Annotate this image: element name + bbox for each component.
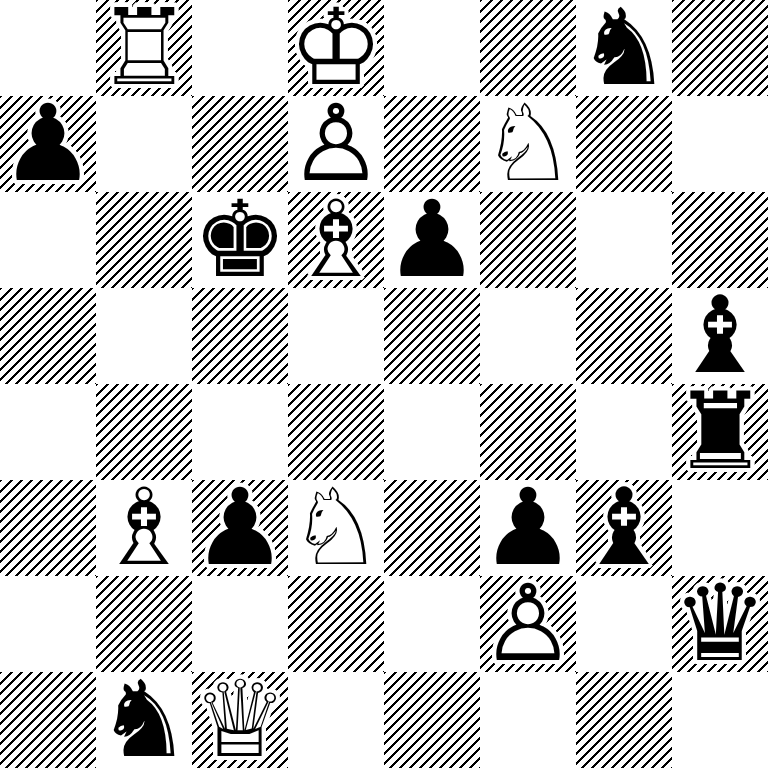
black-pawn-icon: ♟	[192, 480, 287, 576]
square-a6[interactable]	[0, 192, 96, 288]
square-a8[interactable]	[0, 0, 96, 96]
square-f7[interactable]: ♞♘	[480, 96, 576, 192]
square-b3[interactable]: ♝♗	[96, 480, 192, 576]
black-rook-icon: ♜	[672, 384, 767, 480]
square-e7[interactable]	[384, 96, 480, 192]
black-pawn-icon: ♟	[0, 96, 95, 192]
square-g1[interactable]	[576, 672, 672, 768]
square-c2[interactable]	[192, 576, 288, 672]
black-pawn-icon: ♟	[480, 480, 575, 576]
square-e5[interactable]	[384, 288, 480, 384]
square-g6[interactable]	[576, 192, 672, 288]
square-a3[interactable]	[0, 480, 96, 576]
piece-white-pawn: ♟♙	[288, 96, 384, 192]
piece-white-pawn: ♟♙	[480, 576, 576, 672]
square-b2[interactable]	[96, 576, 192, 672]
square-h4[interactable]: ♜♜	[672, 384, 768, 480]
square-h1[interactable]	[672, 672, 768, 768]
square-c6[interactable]: ♚♚	[192, 192, 288, 288]
square-f1[interactable]	[480, 672, 576, 768]
black-bishop-icon: ♝	[576, 480, 671, 576]
black-bishop-icon: ♝	[672, 288, 767, 384]
square-b5[interactable]	[96, 288, 192, 384]
square-e3[interactable]	[384, 480, 480, 576]
square-g8[interactable]: ♞♞	[576, 0, 672, 96]
white-pawn-icon: ♙	[480, 576, 575, 672]
square-b8[interactable]: ♜♖	[96, 0, 192, 96]
piece-black-pawn: ♟♟	[0, 96, 96, 192]
piece-black-knight: ♞♞	[96, 672, 192, 768]
square-h5[interactable]: ♝♝	[672, 288, 768, 384]
square-g5[interactable]	[576, 288, 672, 384]
black-pawn-icon: ♟	[384, 192, 479, 288]
square-b4[interactable]	[96, 384, 192, 480]
black-knight-icon: ♞	[96, 672, 191, 768]
square-c7[interactable]	[192, 96, 288, 192]
square-d1[interactable]	[288, 672, 384, 768]
white-rook-icon: ♖	[96, 0, 191, 96]
square-d7[interactable]: ♟♙	[288, 96, 384, 192]
piece-black-bishop: ♝♝	[672, 288, 768, 384]
square-a7[interactable]: ♟♟	[0, 96, 96, 192]
square-e6[interactable]: ♟♟	[384, 192, 480, 288]
square-f3[interactable]: ♟♟	[480, 480, 576, 576]
square-e4[interactable]	[384, 384, 480, 480]
square-h2[interactable]: ♛♛	[672, 576, 768, 672]
white-pawn-icon: ♙	[288, 96, 383, 192]
piece-black-pawn: ♟♟	[480, 480, 576, 576]
square-h3[interactable]	[672, 480, 768, 576]
square-g4[interactable]	[576, 384, 672, 480]
square-h6[interactable]	[672, 192, 768, 288]
square-d5[interactable]	[288, 288, 384, 384]
square-f4[interactable]	[480, 384, 576, 480]
square-e8[interactable]	[384, 0, 480, 96]
piece-white-rook: ♜♖	[96, 0, 192, 96]
white-knight-icon: ♘	[288, 480, 383, 576]
square-c3[interactable]: ♟♟	[192, 480, 288, 576]
piece-black-queen: ♛♛	[672, 576, 768, 672]
square-e1[interactable]	[384, 672, 480, 768]
square-d8[interactable]: ♚♔	[288, 0, 384, 96]
square-a2[interactable]	[0, 576, 96, 672]
piece-black-pawn: ♟♟	[192, 480, 288, 576]
piece-black-knight: ♞♞	[576, 0, 672, 96]
square-c5[interactable]	[192, 288, 288, 384]
square-b7[interactable]	[96, 96, 192, 192]
square-g7[interactable]	[576, 96, 672, 192]
piece-white-bishop: ♝♗	[96, 480, 192, 576]
square-d4[interactable]	[288, 384, 384, 480]
piece-black-pawn: ♟♟	[384, 192, 480, 288]
square-e2[interactable]	[384, 576, 480, 672]
square-f8[interactable]	[480, 0, 576, 96]
square-b1[interactable]: ♞♞	[96, 672, 192, 768]
white-knight-icon: ♘	[480, 96, 575, 192]
piece-black-king: ♚♚	[192, 192, 288, 288]
square-b6[interactable]	[96, 192, 192, 288]
white-queen-icon: ♕	[192, 672, 287, 768]
piece-white-knight: ♞♘	[480, 96, 576, 192]
square-c4[interactable]	[192, 384, 288, 480]
square-g3[interactable]: ♝♝	[576, 480, 672, 576]
square-d2[interactable]	[288, 576, 384, 672]
white-bishop-icon: ♗	[96, 480, 191, 576]
square-a1[interactable]	[0, 672, 96, 768]
square-f2[interactable]: ♟♙	[480, 576, 576, 672]
square-c1[interactable]: ♛♕	[192, 672, 288, 768]
piece-white-knight: ♞♘	[288, 480, 384, 576]
square-g2[interactable]	[576, 576, 672, 672]
piece-white-queen: ♛♕	[192, 672, 288, 768]
black-knight-icon: ♞	[576, 0, 671, 96]
square-d3[interactable]: ♞♘	[288, 480, 384, 576]
piece-black-bishop: ♝♝	[576, 480, 672, 576]
black-king-icon: ♚	[192, 192, 287, 288]
square-a4[interactable]	[0, 384, 96, 480]
chess-board: ♜♖♚♔♞♞♟♟♟♙♞♘♚♚♝♗♟♟♝♝♜♜♝♗♟♟♞♘♟♟♝♝♟♙♛♛♞♞♛♕	[0, 0, 768, 768]
piece-white-king: ♚♔	[288, 0, 384, 96]
white-king-icon: ♔	[288, 0, 383, 96]
white-bishop-icon: ♗	[288, 192, 383, 288]
piece-black-rook: ♜♜	[672, 384, 768, 480]
square-f6[interactable]	[480, 192, 576, 288]
square-c8[interactable]	[192, 0, 288, 96]
square-f5[interactable]	[480, 288, 576, 384]
square-h8[interactable]	[672, 0, 768, 96]
chess-diagram: ♜♖♚♔♞♞♟♟♟♙♞♘♚♚♝♗♟♟♝♝♜♜♝♗♟♟♞♘♟♟♝♝♟♙♛♛♞♞♛♕	[0, 0, 768, 768]
square-h7[interactable]	[672, 96, 768, 192]
square-d6[interactable]: ♝♗	[288, 192, 384, 288]
black-queen-icon: ♛	[672, 576, 767, 672]
piece-white-bishop: ♝♗	[288, 192, 384, 288]
square-a5[interactable]	[0, 288, 96, 384]
